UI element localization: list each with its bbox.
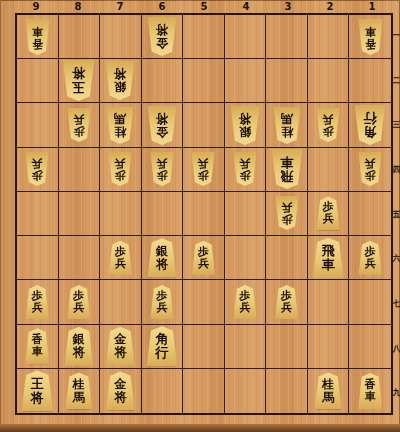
piece-sente-bishop[interactable]: 角行 — [146, 326, 178, 366]
piece-gote-pawn[interactable]: 歩兵 — [275, 196, 299, 230]
piece-sente-silver[interactable]: 銀将 — [64, 327, 94, 366]
square-4e[interactable] — [225, 192, 267, 236]
square-5a[interactable] — [183, 15, 225, 59]
square-7h[interactable]: 金将 — [100, 325, 142, 369]
square-6a[interactable]: 金将 — [142, 15, 184, 59]
square-1a[interactable]: 香車 — [349, 15, 391, 59]
piece-gote-knight[interactable]: 桂馬 — [273, 107, 301, 144]
piece-gote-pawn[interactable]: 歩兵 — [316, 108, 340, 142]
square-6i[interactable] — [142, 369, 184, 413]
square-8b[interactable]: 玉将 — [59, 59, 101, 103]
piece-gote-gold[interactable]: 金将 — [147, 106, 177, 145]
rank-label: 九 — [393, 370, 400, 415]
square-3d[interactable]: 飛車 — [266, 148, 308, 192]
square-7e[interactable] — [100, 192, 142, 236]
square-6e[interactable] — [142, 192, 184, 236]
square-8d[interactable] — [59, 148, 101, 192]
piece-sente-rook[interactable]: 飛車 — [312, 238, 344, 278]
square-5c[interactable] — [183, 103, 225, 147]
rank-labels: 一二三四五六七八九 — [393, 13, 400, 415]
piece-gote-bishop[interactable]: 角行 — [354, 105, 386, 145]
rank-label: 六 — [393, 236, 400, 281]
piece-gote-king[interactable]: 玉将 — [62, 60, 95, 101]
square-2e[interactable]: 歩兵 — [308, 192, 350, 236]
square-7b[interactable]: 銀将 — [100, 59, 142, 103]
file-label: 3 — [267, 0, 309, 13]
piece-sente-pawn[interactable]: 歩兵 — [108, 241, 132, 275]
piece-sente-gold[interactable]: 金将 — [105, 371, 135, 410]
square-2a[interactable] — [308, 15, 350, 59]
piece-sente-pawn[interactable]: 歩兵 — [150, 285, 174, 319]
piece-gote-pawn[interactable]: 歩兵 — [233, 152, 257, 186]
square-9f[interactable] — [17, 236, 59, 280]
square-5h[interactable] — [183, 325, 225, 369]
square-8e[interactable] — [59, 192, 101, 236]
square-1e[interactable] — [349, 192, 391, 236]
piece-sente-knight[interactable]: 桂馬 — [314, 372, 342, 409]
file-label: 1 — [351, 0, 393, 13]
square-5e[interactable] — [183, 192, 225, 236]
square-2i[interactable]: 桂馬 — [308, 369, 350, 413]
square-3a[interactable] — [266, 15, 308, 59]
square-6c[interactable]: 金将 — [142, 103, 184, 147]
square-4g[interactable]: 歩兵 — [225, 280, 267, 324]
square-4f[interactable] — [225, 236, 267, 280]
square-6d[interactable]: 歩兵 — [142, 148, 184, 192]
piece-gote-pawn[interactable]: 歩兵 — [108, 152, 132, 186]
square-6f[interactable]: 銀将 — [142, 236, 184, 280]
piece-gote-pawn[interactable]: 歩兵 — [67, 108, 91, 142]
square-1f[interactable]: 歩兵 — [349, 236, 391, 280]
piece-gote-pawn[interactable]: 歩兵 — [150, 152, 174, 186]
piece-sente-king[interactable]: 王将 — [21, 370, 54, 411]
piece-gote-silver[interactable]: 銀将 — [230, 106, 260, 145]
square-1d[interactable]: 歩兵 — [349, 148, 391, 192]
piece-sente-lance[interactable]: 香車 — [358, 373, 383, 409]
square-6g[interactable]: 歩兵 — [142, 280, 184, 324]
board-grid: 香車金将香車玉将銀将歩兵桂馬金将銀将桂馬歩兵角行歩兵歩兵歩兵歩兵歩兵飛車歩兵歩兵… — [15, 13, 393, 415]
file-label: 7 — [99, 0, 141, 13]
square-1b[interactable] — [349, 59, 391, 103]
piece-gote-rook[interactable]: 飛車 — [271, 149, 303, 189]
square-8h[interactable]: 銀将 — [59, 325, 101, 369]
piece-gote-pawn[interactable]: 歩兵 — [25, 152, 49, 186]
file-labels: 987654321 — [15, 0, 393, 13]
square-9c[interactable] — [17, 103, 59, 147]
square-4d[interactable]: 歩兵 — [225, 148, 267, 192]
rank-label: 二 — [393, 58, 400, 103]
rank-label: 七 — [393, 281, 400, 326]
square-9b[interactable] — [17, 59, 59, 103]
square-4a[interactable] — [225, 15, 267, 59]
shogi-board: 987654321 一二三四五六七八九 香車金将香車玉将銀将歩兵桂馬金将銀将桂馬… — [0, 0, 400, 432]
square-3c[interactable]: 桂馬 — [266, 103, 308, 147]
file-label: 2 — [309, 0, 351, 13]
square-3g[interactable]: 歩兵 — [266, 280, 308, 324]
file-label: 4 — [225, 0, 267, 13]
square-3i[interactable] — [266, 369, 308, 413]
piece-sente-pawn[interactable]: 歩兵 — [233, 285, 257, 319]
square-1i[interactable]: 香車 — [349, 369, 391, 413]
square-8c[interactable]: 歩兵 — [59, 103, 101, 147]
square-3h[interactable] — [266, 325, 308, 369]
file-label: 6 — [141, 0, 183, 13]
piece-sente-gold[interactable]: 金将 — [105, 327, 135, 366]
square-3e[interactable]: 歩兵 — [266, 192, 308, 236]
square-9h[interactable]: 香車 — [17, 325, 59, 369]
square-7i[interactable]: 金将 — [100, 369, 142, 413]
square-1h[interactable] — [349, 325, 391, 369]
piece-gote-pawn[interactable]: 歩兵 — [191, 152, 215, 186]
square-8a[interactable] — [59, 15, 101, 59]
rank-label: 八 — [393, 326, 400, 371]
file-label: 8 — [57, 0, 99, 13]
square-2f[interactable]: 飛車 — [308, 236, 350, 280]
piece-sente-pawn[interactable]: 歩兵 — [67, 285, 91, 319]
piece-gote-knight[interactable]: 桂馬 — [106, 107, 134, 144]
piece-gote-silver[interactable]: 銀将 — [105, 61, 135, 100]
rank-label: 一 — [393, 13, 400, 58]
piece-sente-pawn[interactable]: 歩兵 — [191, 241, 215, 275]
square-9d[interactable]: 歩兵 — [17, 148, 59, 192]
square-4b[interactable] — [225, 59, 267, 103]
square-7c[interactable]: 桂馬 — [100, 103, 142, 147]
piece-sente-pawn[interactable]: 歩兵 — [316, 196, 340, 230]
square-5g[interactable] — [183, 280, 225, 324]
piece-sente-knight[interactable]: 桂馬 — [65, 372, 93, 409]
square-2g[interactable] — [308, 280, 350, 324]
square-8i[interactable]: 桂馬 — [59, 369, 101, 413]
square-6h[interactable]: 角行 — [142, 325, 184, 369]
piece-sente-pawn[interactable]: 歩兵 — [358, 241, 382, 275]
board-front-edge — [0, 424, 400, 432]
square-7f[interactable]: 歩兵 — [100, 236, 142, 280]
square-4c[interactable]: 銀将 — [225, 103, 267, 147]
square-5i[interactable] — [183, 369, 225, 413]
square-9e[interactable] — [17, 192, 59, 236]
rank-label: 三 — [393, 102, 400, 147]
square-4h[interactable] — [225, 325, 267, 369]
square-6b[interactable] — [142, 59, 184, 103]
square-1c[interactable]: 角行 — [349, 103, 391, 147]
square-7g[interactable] — [100, 280, 142, 324]
square-9i[interactable]: 王将 — [17, 369, 59, 413]
square-2h[interactable] — [308, 325, 350, 369]
piece-gote-lance[interactable]: 香車 — [25, 19, 50, 55]
square-5b[interactable] — [183, 59, 225, 103]
square-4i[interactable] — [225, 369, 267, 413]
piece-gote-lance[interactable]: 香車 — [358, 19, 383, 55]
piece-sente-lance[interactable]: 香車 — [25, 328, 50, 364]
rank-label: 五 — [393, 192, 400, 237]
square-7d[interactable]: 歩兵 — [100, 148, 142, 192]
square-5d[interactable]: 歩兵 — [183, 148, 225, 192]
square-5f[interactable]: 歩兵 — [183, 236, 225, 280]
piece-gote-pawn[interactable]: 歩兵 — [358, 152, 382, 186]
piece-sente-silver[interactable]: 銀将 — [147, 238, 177, 277]
square-2d[interactable] — [308, 148, 350, 192]
square-3b[interactable] — [266, 59, 308, 103]
piece-sente-pawn[interactable]: 歩兵 — [275, 285, 299, 319]
square-1g[interactable] — [349, 280, 391, 324]
square-8f[interactable] — [59, 236, 101, 280]
square-2b[interactable] — [308, 59, 350, 103]
rank-label: 四 — [393, 147, 400, 192]
square-3f[interactable] — [266, 236, 308, 280]
square-7a[interactable] — [100, 15, 142, 59]
square-9g[interactable]: 歩兵 — [17, 280, 59, 324]
piece-gote-gold[interactable]: 金将 — [147, 17, 177, 56]
file-label: 9 — [15, 0, 57, 13]
square-8g[interactable]: 歩兵 — [59, 280, 101, 324]
file-label: 5 — [183, 0, 225, 13]
square-2c[interactable]: 歩兵 — [308, 103, 350, 147]
square-9a[interactable]: 香車 — [17, 15, 59, 59]
piece-sente-pawn[interactable]: 歩兵 — [25, 285, 49, 319]
